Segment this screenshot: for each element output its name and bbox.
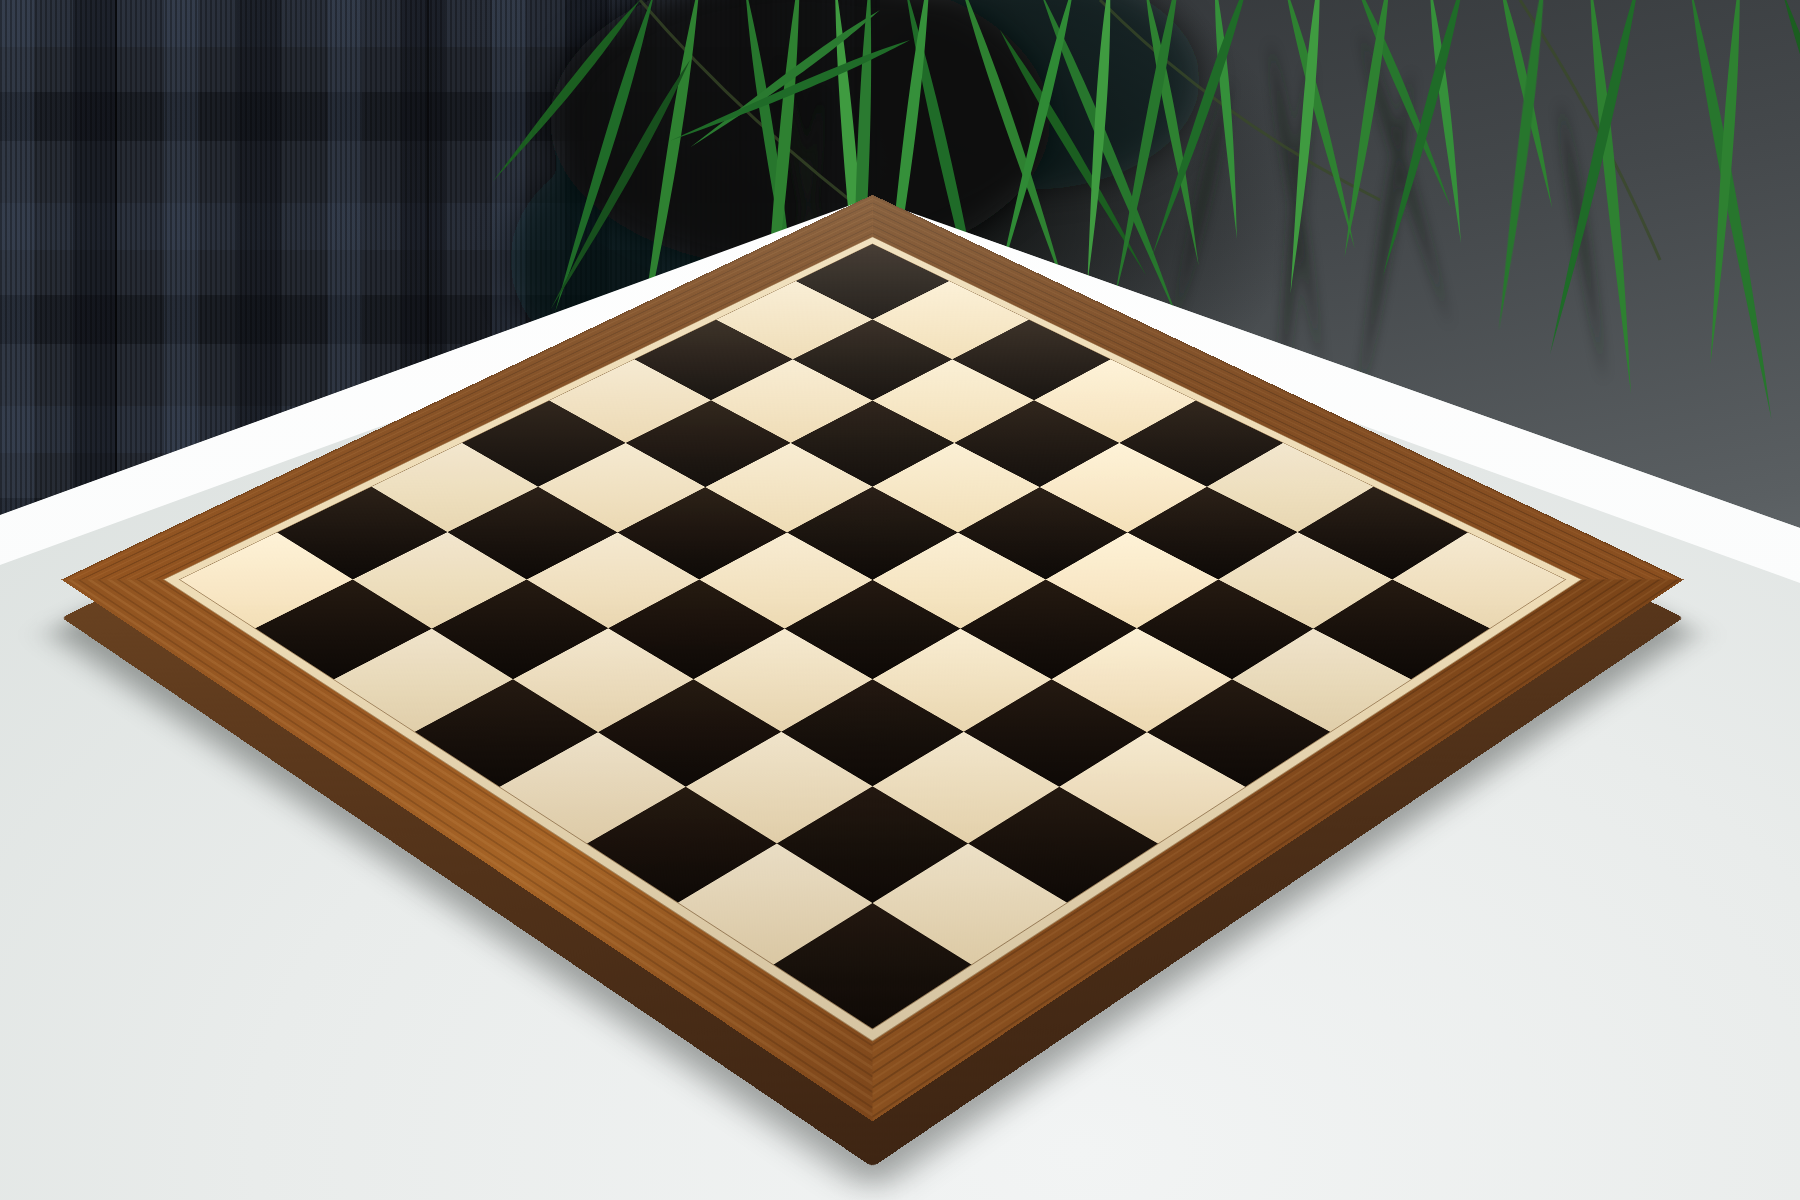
scene [0,0,1800,1200]
frond [1587,0,1636,395]
frond [1779,0,1800,312]
frond [1703,0,1748,364]
